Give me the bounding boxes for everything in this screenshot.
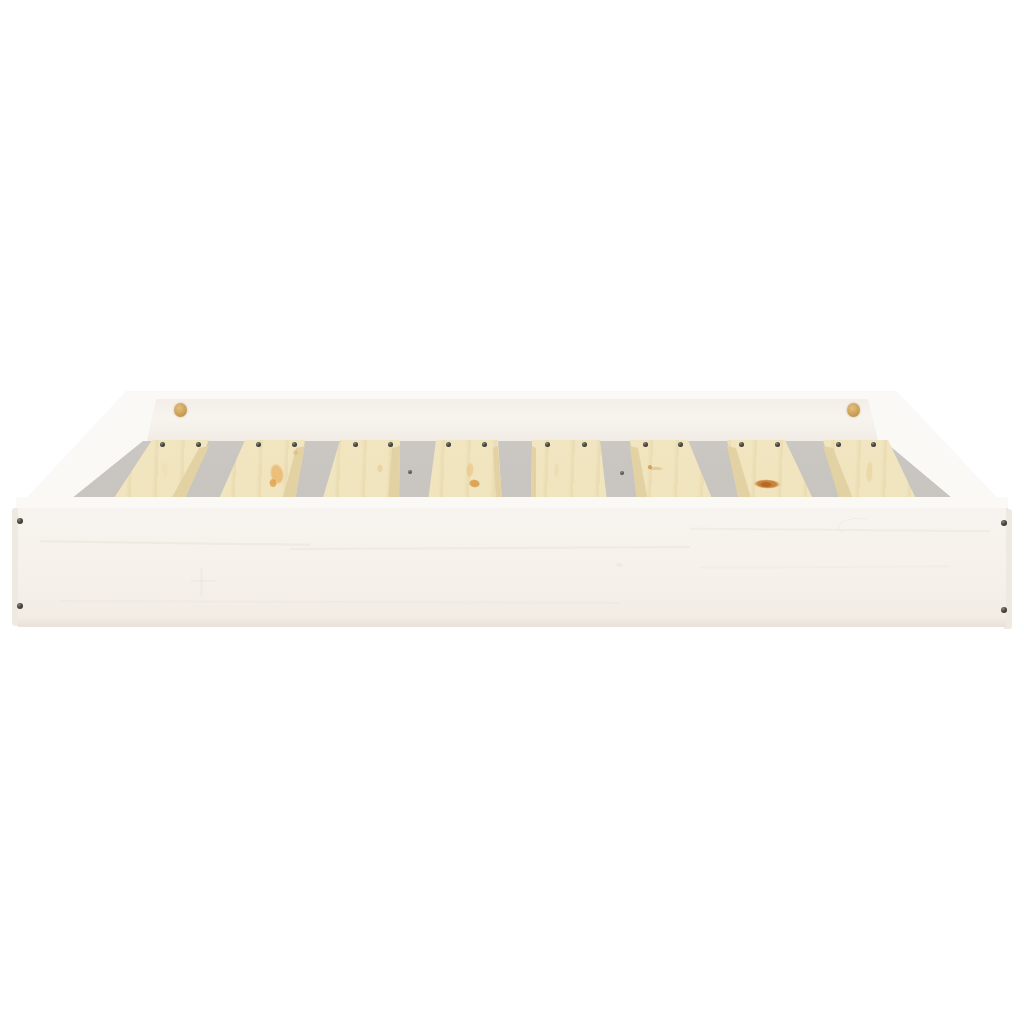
slat-knot: [292, 449, 299, 456]
back-rail-inner-face: [137, 399, 892, 441]
slat-knot: [647, 464, 653, 470]
dowel-plug: [174, 403, 187, 417]
scene-caption: white wooden bed frame with pine slats: [0, 0, 1, 1]
slat-screw: [353, 442, 358, 447]
slat-screw: [678, 442, 683, 447]
slat-screw: [160, 442, 165, 447]
corner-screw: [17, 518, 23, 524]
slat-screw: [292, 442, 297, 447]
slat-knot: [466, 477, 482, 490]
slat-knot: [864, 457, 875, 487]
corner-screw: [17, 603, 23, 609]
slat-screw: [643, 442, 648, 447]
slat-screw: [545, 442, 550, 447]
slat-knot: [552, 460, 560, 480]
product-photo-scene: white wooden bed frame with pine slats: [0, 0, 1024, 1024]
slat-knot: [267, 476, 279, 490]
slat-knot: [758, 480, 774, 488]
slat-screw: [446, 442, 451, 447]
corner-screw: [1001, 607, 1007, 613]
dowel-plug: [847, 403, 860, 417]
slat-screw: [196, 442, 201, 447]
front-face-grain-line: [190, 580, 216, 582]
slat-screw: [256, 442, 261, 447]
slat-screw: [388, 442, 393, 447]
slat-screw: [836, 442, 841, 447]
slat-screw: [739, 442, 744, 447]
front-face-grain-line: [616, 563, 623, 567]
slat-screw: [482, 442, 487, 447]
slat-screw: [582, 442, 587, 447]
slat-screw: [775, 442, 780, 447]
front-face-grain-line: [200, 568, 203, 596]
floor-screw: [408, 470, 412, 474]
corner-screw: [1001, 520, 1007, 526]
slat-screw: [871, 442, 876, 447]
floor-screw: [620, 471, 624, 475]
slat-knot: [376, 463, 384, 474]
